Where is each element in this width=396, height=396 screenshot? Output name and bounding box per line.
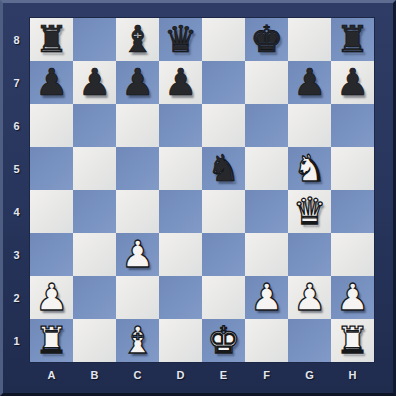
black-pawn[interactable]: ♟: [78, 61, 111, 104]
square-f2[interactable]: ♟: [245, 276, 288, 319]
file-label-b: B: [73, 362, 116, 388]
white-pawn[interactable]: ♟: [35, 276, 68, 319]
black-king[interactable]: ♚: [250, 18, 283, 61]
square-d7[interactable]: ♟: [159, 61, 202, 104]
rank-label-7: 7: [3, 61, 30, 104]
square-h3[interactable]: [331, 233, 374, 276]
square-e5[interactable]: ♞: [202, 147, 245, 190]
file-label-e: E: [202, 362, 245, 388]
rank-label-4: 4: [3, 190, 30, 233]
square-g8[interactable]: [288, 18, 331, 61]
white-pawn[interactable]: ♟: [250, 276, 283, 319]
white-pawn[interactable]: ♟: [121, 233, 154, 276]
white-pawn[interactable]: ♟: [293, 276, 326, 319]
square-b1[interactable]: [73, 319, 116, 362]
square-b8[interactable]: [73, 18, 116, 61]
file-label-d: D: [159, 362, 202, 388]
square-f6[interactable]: [245, 104, 288, 147]
square-g3[interactable]: [288, 233, 331, 276]
square-b6[interactable]: [73, 104, 116, 147]
square-b7[interactable]: ♟: [73, 61, 116, 104]
square-e1[interactable]: ♚: [202, 319, 245, 362]
square-g6[interactable]: [288, 104, 331, 147]
square-c5[interactable]: [116, 147, 159, 190]
file-labels: ABCDEFGH: [30, 362, 374, 388]
file-label-c: C: [116, 362, 159, 388]
square-d3[interactable]: [159, 233, 202, 276]
square-a1[interactable]: ♜: [30, 319, 73, 362]
black-rook[interactable]: ♜: [336, 18, 369, 61]
square-e3[interactable]: [202, 233, 245, 276]
square-g2[interactable]: ♟: [288, 276, 331, 319]
square-e6[interactable]: [202, 104, 245, 147]
file-label-a: A: [30, 362, 73, 388]
square-c7[interactable]: ♟: [116, 61, 159, 104]
white-king[interactable]: ♚: [207, 319, 240, 362]
square-f1[interactable]: [245, 319, 288, 362]
square-f4[interactable]: [245, 190, 288, 233]
rank-label-2: 2: [3, 276, 30, 319]
square-c2[interactable]: [116, 276, 159, 319]
black-pawn[interactable]: ♟: [35, 61, 68, 104]
square-d6[interactable]: [159, 104, 202, 147]
black-knight[interactable]: ♞: [207, 147, 240, 190]
rank-label-3: 3: [3, 233, 30, 276]
square-c3[interactable]: ♟: [116, 233, 159, 276]
black-bishop[interactable]: ♝: [121, 18, 154, 61]
rank-label-8: 8: [3, 18, 30, 61]
white-pawn[interactable]: ♟: [336, 276, 369, 319]
square-h4[interactable]: [331, 190, 374, 233]
file-label-f: F: [245, 362, 288, 388]
white-rook[interactable]: ♜: [336, 319, 369, 362]
rank-labels: 87654321: [3, 18, 30, 362]
square-c4[interactable]: [116, 190, 159, 233]
square-h7[interactable]: ♟: [331, 61, 374, 104]
square-h2[interactable]: ♟: [331, 276, 374, 319]
white-knight[interactable]: ♞: [293, 147, 326, 190]
square-a3[interactable]: [30, 233, 73, 276]
square-a8[interactable]: ♜: [30, 18, 73, 61]
square-c6[interactable]: [116, 104, 159, 147]
square-f7[interactable]: [245, 61, 288, 104]
white-rook[interactable]: ♜: [35, 319, 68, 362]
square-a2[interactable]: ♟: [30, 276, 73, 319]
square-g4[interactable]: ♛: [288, 190, 331, 233]
square-f8[interactable]: ♚: [245, 18, 288, 61]
board: ♜♝♛♚♜♟♟♟♟♟♟♞♞♛♟♟♟♟♟♜♝♚♜: [30, 18, 374, 362]
square-h6[interactable]: [331, 104, 374, 147]
square-b3[interactable]: [73, 233, 116, 276]
square-a6[interactable]: [30, 104, 73, 147]
square-h8[interactable]: ♜: [331, 18, 374, 61]
square-b2[interactable]: [73, 276, 116, 319]
square-d5[interactable]: [159, 147, 202, 190]
square-b5[interactable]: [73, 147, 116, 190]
square-g7[interactable]: ♟: [288, 61, 331, 104]
square-d8[interactable]: ♛: [159, 18, 202, 61]
square-b4[interactable]: [73, 190, 116, 233]
square-h5[interactable]: [331, 147, 374, 190]
file-label-g: G: [288, 362, 331, 388]
white-queen[interactable]: ♛: [293, 190, 326, 233]
square-a5[interactable]: [30, 147, 73, 190]
file-label-h: H: [331, 362, 374, 388]
square-h1[interactable]: ♜: [331, 319, 374, 362]
square-e8[interactable]: [202, 18, 245, 61]
square-d2[interactable]: [159, 276, 202, 319]
black-pawn[interactable]: ♟: [293, 61, 326, 104]
square-c1[interactable]: ♝: [116, 319, 159, 362]
rank-label-6: 6: [3, 104, 30, 147]
square-e2[interactable]: [202, 276, 245, 319]
square-g1[interactable]: [288, 319, 331, 362]
square-e4[interactable]: [202, 190, 245, 233]
black-queen[interactable]: ♛: [164, 18, 197, 61]
chess-board-frame: 87654321 ♜♝♛♚♜♟♟♟♟♟♟♞♞♛♟♟♟♟♟♜♝♚♜ ABCDEFG…: [0, 0, 396, 396]
black-rook[interactable]: ♜: [35, 18, 68, 61]
white-bishop[interactable]: ♝: [121, 319, 154, 362]
rank-label-1: 1: [3, 319, 30, 362]
black-pawn[interactable]: ♟: [336, 61, 369, 104]
square-g5[interactable]: ♞: [288, 147, 331, 190]
square-f3[interactable]: [245, 233, 288, 276]
black-pawn[interactable]: ♟: [121, 61, 154, 104]
square-c8[interactable]: ♝: [116, 18, 159, 61]
square-e7[interactable]: [202, 61, 245, 104]
square-a4[interactable]: [30, 190, 73, 233]
square-a7[interactable]: ♟: [30, 61, 73, 104]
square-d4[interactable]: [159, 190, 202, 233]
rank-label-5: 5: [3, 147, 30, 190]
square-f5[interactable]: [245, 147, 288, 190]
square-d1[interactable]: [159, 319, 202, 362]
black-pawn[interactable]: ♟: [164, 61, 197, 104]
